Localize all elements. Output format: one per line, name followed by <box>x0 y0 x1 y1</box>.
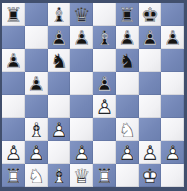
square-f4[interactable] <box>116 95 139 118</box>
square-h8[interactable] <box>161 3 184 26</box>
square-d4[interactable] <box>70 95 93 118</box>
white-knight-icon[interactable]: ♞♘ <box>116 118 139 141</box>
piece-glyph-outline: ♖ <box>2 164 25 187</box>
piece-glyph-outline: ♙ <box>139 26 162 49</box>
white-pawn-icon[interactable]: ♟♙ <box>2 141 25 164</box>
black-rook-icon[interactable]: ♜♖ <box>116 3 139 26</box>
piece-glyph-outline: ♙ <box>70 26 93 49</box>
white-pawn-icon[interactable]: ♟♙ <box>48 118 71 141</box>
square-d6[interactable] <box>70 49 93 72</box>
piece-glyph-outline: ♙ <box>25 141 48 164</box>
square-b8[interactable] <box>25 3 48 26</box>
square-a4[interactable] <box>2 95 25 118</box>
piece-glyph-outline: ♖ <box>116 3 139 26</box>
square-b1[interactable]: ♞♘ <box>25 164 48 187</box>
square-h5[interactable] <box>161 72 184 95</box>
piece-glyph-outline: ♙ <box>93 72 116 95</box>
square-c8[interactable]: ♝♗ <box>48 3 71 26</box>
square-e6[interactable] <box>93 49 116 72</box>
square-g7[interactable]: ♟♙ <box>139 26 162 49</box>
square-d1[interactable]: ♛♕ <box>70 164 93 187</box>
square-d2[interactable]: ♟♙ <box>70 141 93 164</box>
square-h3[interactable] <box>161 118 184 141</box>
white-pawn-icon[interactable]: ♟♙ <box>116 141 139 164</box>
piece-glyph-outline: ♙ <box>116 141 139 164</box>
piece-glyph-outline: ♙ <box>2 141 25 164</box>
black-knight-icon[interactable]: ♞♘ <box>116 49 139 72</box>
square-f7[interactable]: ♟♙ <box>116 26 139 49</box>
square-e7[interactable]: ♝♗ <box>93 26 116 49</box>
square-e1[interactable]: ♜♖ <box>93 164 116 187</box>
square-e4[interactable]: ♟♙ <box>93 95 116 118</box>
square-h7[interactable]: ♟♙ <box>161 26 184 49</box>
piece-glyph-outline: ♖ <box>93 164 116 187</box>
piece-glyph-outline: ♙ <box>161 141 184 164</box>
white-pawn-icon[interactable]: ♟♙ <box>139 141 162 164</box>
square-d7[interactable]: ♟♙ <box>70 26 93 49</box>
white-pawn-icon[interactable]: ♟♙ <box>161 141 184 164</box>
board-frame: ♜♖♝♗♛♕♜♖♚♔♟♙♟♙♝♗♟♙♟♙♟♙♟♙♞♘♞♘♟♙♟♙♟♙♝♗♟♙♞♘… <box>0 0 187 191</box>
piece-glyph-outline: ♙ <box>48 118 71 141</box>
piece-glyph-outline: ♗ <box>48 164 71 187</box>
piece-glyph-outline: ♙ <box>2 49 25 72</box>
square-a1[interactable]: ♜♖ <box>2 164 25 187</box>
black-pawn-icon[interactable]: ♟♙ <box>48 26 71 49</box>
piece-glyph-outline: ♙ <box>48 26 71 49</box>
chess-board: ♜♖♝♗♛♕♜♖♚♔♟♙♟♙♝♗♟♙♟♙♟♙♟♙♞♘♞♘♟♙♟♙♟♙♝♗♟♙♞♘… <box>2 3 184 187</box>
black-pawn-icon[interactable]: ♟♙ <box>25 72 48 95</box>
white-king-icon[interactable]: ♚♔ <box>139 164 162 187</box>
square-d8[interactable]: ♛♕ <box>70 3 93 26</box>
square-a8[interactable]: ♜♖ <box>2 3 25 26</box>
square-d3[interactable] <box>70 118 93 141</box>
square-g6[interactable] <box>139 49 162 72</box>
black-queen-icon[interactable]: ♛♕ <box>70 3 93 26</box>
piece-glyph-outline: ♙ <box>70 141 93 164</box>
square-a5[interactable] <box>2 72 25 95</box>
square-a7[interactable] <box>2 26 25 49</box>
piece-glyph-outline: ♗ <box>93 26 116 49</box>
white-pawn-icon[interactable]: ♟♙ <box>25 141 48 164</box>
square-a6[interactable]: ♟♙ <box>2 49 25 72</box>
square-c1[interactable]: ♝♗ <box>48 164 71 187</box>
black-pawn-icon[interactable]: ♟♙ <box>93 72 116 95</box>
square-e8[interactable] <box>93 3 116 26</box>
white-bishop-icon[interactable]: ♝♗ <box>48 164 71 187</box>
square-b4[interactable] <box>25 95 48 118</box>
square-f3[interactable]: ♞♘ <box>116 118 139 141</box>
square-e5[interactable]: ♟♙ <box>93 72 116 95</box>
square-b3[interactable]: ♝♗ <box>25 118 48 141</box>
square-h4[interactable] <box>161 95 184 118</box>
square-h1[interactable] <box>161 164 184 187</box>
white-pawn-icon[interactable]: ♟♙ <box>70 141 93 164</box>
square-c3[interactable]: ♟♙ <box>48 118 71 141</box>
square-b6[interactable] <box>25 49 48 72</box>
square-c2[interactable] <box>48 141 71 164</box>
piece-glyph-outline: ♘ <box>48 49 71 72</box>
piece-glyph-outline: ♕ <box>70 3 93 26</box>
square-d5[interactable] <box>70 72 93 95</box>
square-g3[interactable] <box>139 118 162 141</box>
square-g1[interactable]: ♚♔ <box>139 164 162 187</box>
black-bishop-icon[interactable]: ♝♗ <box>48 3 71 26</box>
square-c6[interactable]: ♞♘ <box>48 49 71 72</box>
square-a3[interactable] <box>2 118 25 141</box>
square-c5[interactable] <box>48 72 71 95</box>
white-rook-icon[interactable]: ♜♖ <box>2 164 25 187</box>
piece-glyph-outline: ♙ <box>116 26 139 49</box>
piece-glyph-outline: ♖ <box>2 3 25 26</box>
square-g8[interactable]: ♚♔ <box>139 3 162 26</box>
piece-glyph-outline: ♔ <box>139 3 162 26</box>
square-f5[interactable] <box>116 72 139 95</box>
square-e2[interactable] <box>93 141 116 164</box>
black-king-icon[interactable]: ♚♔ <box>139 3 162 26</box>
piece-glyph-outline: ♙ <box>161 26 184 49</box>
white-knight-icon[interactable]: ♞♘ <box>25 164 48 187</box>
square-b7[interactable] <box>25 26 48 49</box>
piece-glyph-outline: ♘ <box>116 118 139 141</box>
square-e3[interactable] <box>93 118 116 141</box>
square-b5[interactable]: ♟♙ <box>25 72 48 95</box>
black-pawn-icon[interactable]: ♟♙ <box>139 26 162 49</box>
white-queen-icon[interactable]: ♛♕ <box>70 164 93 187</box>
square-g4[interactable] <box>139 95 162 118</box>
black-pawn-icon[interactable]: ♟♙ <box>161 26 184 49</box>
piece-glyph-outline: ♗ <box>48 3 71 26</box>
white-bishop-icon[interactable]: ♝♗ <box>25 118 48 141</box>
square-f6[interactable]: ♞♘ <box>116 49 139 72</box>
piece-glyph-outline: ♘ <box>25 164 48 187</box>
square-f2[interactable]: ♟♙ <box>116 141 139 164</box>
piece-glyph-outline: ♙ <box>25 72 48 95</box>
square-c4[interactable] <box>48 95 71 118</box>
black-pawn-icon[interactable]: ♟♙ <box>2 49 25 72</box>
square-g2[interactable]: ♟♙ <box>139 141 162 164</box>
white-pawn-icon[interactable]: ♟♙ <box>93 95 116 118</box>
black-pawn-icon[interactable]: ♟♙ <box>116 26 139 49</box>
square-f1[interactable] <box>116 164 139 187</box>
square-h2[interactable]: ♟♙ <box>161 141 184 164</box>
white-rook-icon[interactable]: ♜♖ <box>93 164 116 187</box>
black-pawn-icon[interactable]: ♟♙ <box>70 26 93 49</box>
square-h6[interactable] <box>161 49 184 72</box>
piece-glyph-outline: ♘ <box>116 49 139 72</box>
square-g5[interactable] <box>139 72 162 95</box>
square-b2[interactable]: ♟♙ <box>25 141 48 164</box>
piece-glyph-outline: ♔ <box>139 164 162 187</box>
square-c7[interactable]: ♟♙ <box>48 26 71 49</box>
piece-glyph-outline: ♙ <box>93 95 116 118</box>
piece-glyph-outline: ♕ <box>70 164 93 187</box>
black-knight-icon[interactable]: ♞♘ <box>48 49 71 72</box>
piece-glyph-outline: ♗ <box>25 118 48 141</box>
black-rook-icon[interactable]: ♜♖ <box>2 3 25 26</box>
black-bishop-icon[interactable]: ♝♗ <box>93 26 116 49</box>
square-a2[interactable]: ♟♙ <box>2 141 25 164</box>
piece-glyph-outline: ♙ <box>139 141 162 164</box>
square-f8[interactable]: ♜♖ <box>116 3 139 26</box>
